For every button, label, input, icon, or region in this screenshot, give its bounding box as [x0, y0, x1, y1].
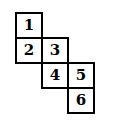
cell-2: 2 — [15, 37, 43, 64]
cell-6: 6 — [67, 87, 95, 114]
staircase-grid: 1 2 3 4 5 6 — [0, 0, 123, 121]
cell-1: 1 — [15, 12, 43, 39]
cell-3: 3 — [41, 37, 69, 64]
cell-5: 5 — [67, 62, 95, 89]
cell-4: 4 — [41, 62, 69, 89]
